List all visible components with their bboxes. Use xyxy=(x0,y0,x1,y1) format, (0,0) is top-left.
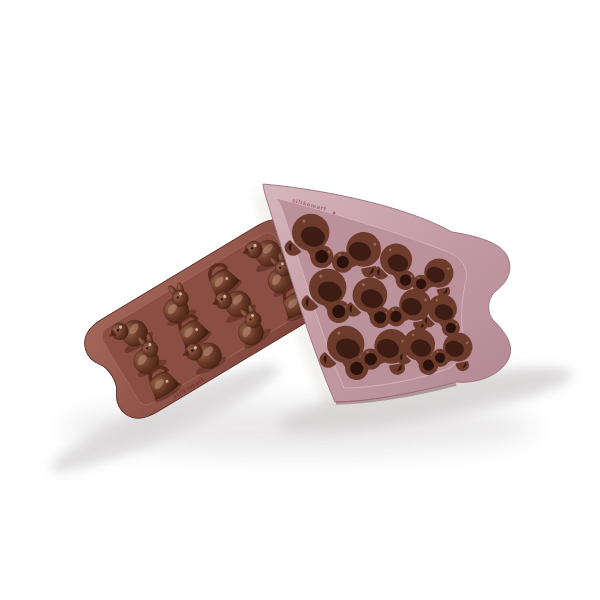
product-photo: silikomart silikomart xyxy=(0,0,600,600)
molds-photo-canvas: silikomart silikomart xyxy=(0,0,600,600)
brand-dot xyxy=(333,212,336,215)
